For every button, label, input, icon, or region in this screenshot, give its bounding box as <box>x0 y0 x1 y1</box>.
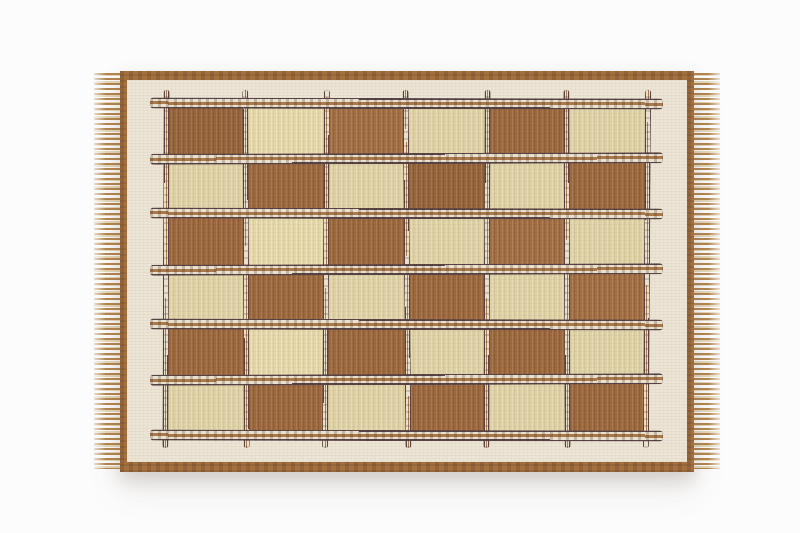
grid-line-horizontal-4 <box>150 263 663 275</box>
grid-line-horizontal-1 <box>150 97 663 109</box>
grid-line-horizontal-5 <box>150 318 663 330</box>
grid-lines-horizontal <box>166 103 647 435</box>
product-photo <box>0 0 800 533</box>
grid-line-horizontal-2 <box>150 152 663 164</box>
grid-line-horizontal-3 <box>150 208 663 220</box>
rug <box>120 71 694 472</box>
rug-field <box>127 80 687 462</box>
rug-fringe-right <box>693 73 720 469</box>
grid-line-horizontal-6 <box>150 373 663 385</box>
grid-line-horizontal-7 <box>150 429 663 441</box>
checkerboard <box>166 103 647 435</box>
rug-fringe-left <box>94 73 121 469</box>
